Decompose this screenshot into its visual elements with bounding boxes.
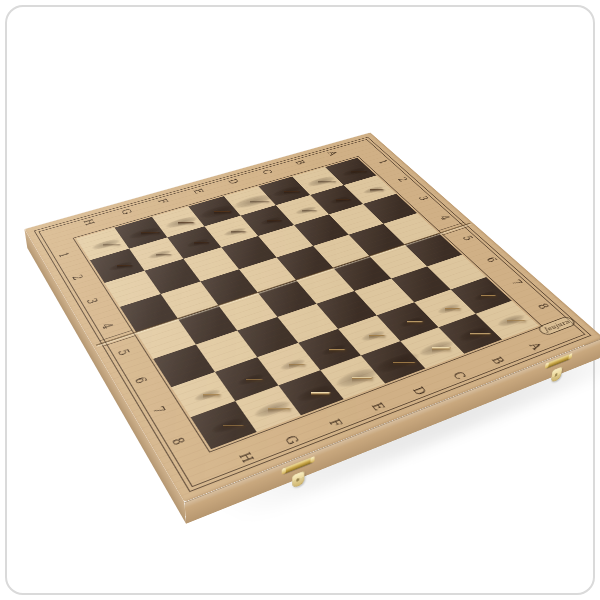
scene: 1234567812345678HGFEDCBAHGFEDCBA Jeujura… — [0, 0, 600, 600]
piece-light-rook: ♜ — [192, 366, 255, 436]
chess-board: 1234567812345678HGFEDCBAHGFEDCBA Jeujura… — [24, 132, 600, 502]
product-photo: 1234567812345678HGFEDCBAHGFEDCBA Jeujura… — [0, 0, 600, 600]
